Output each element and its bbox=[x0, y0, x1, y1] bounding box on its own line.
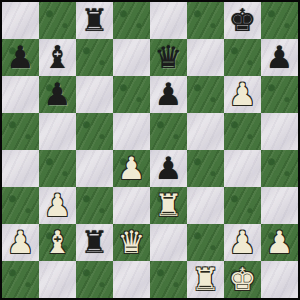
white-queen[interactable]: ♛ bbox=[118, 224, 146, 261]
white-king[interactable]: ♚ bbox=[229, 261, 257, 298]
square-g2[interactable]: ♟ bbox=[224, 224, 261, 261]
square-f2[interactable] bbox=[187, 224, 224, 261]
square-b8[interactable] bbox=[39, 2, 76, 39]
square-f6[interactable] bbox=[187, 76, 224, 113]
square-d1[interactable] bbox=[113, 261, 150, 298]
square-b6[interactable]: ♟ bbox=[39, 76, 76, 113]
white-pawn[interactable]: ♟ bbox=[229, 76, 257, 113]
square-d6[interactable] bbox=[113, 76, 150, 113]
square-e7[interactable]: ♛ bbox=[150, 39, 187, 76]
chess-board: ♜♚♟♝♛♟♟♟♟♟♟♟♜♟♝♜♛♟♟♜♚ bbox=[0, 0, 300, 300]
square-b4[interactable] bbox=[39, 150, 76, 187]
black-rook[interactable]: ♜ bbox=[81, 2, 109, 39]
square-h4[interactable] bbox=[261, 150, 298, 187]
square-d8[interactable] bbox=[113, 2, 150, 39]
square-f3[interactable] bbox=[187, 187, 224, 224]
white-rook[interactable]: ♜ bbox=[192, 261, 220, 298]
white-bishop[interactable]: ♝ bbox=[44, 224, 72, 261]
white-pawn[interactable]: ♟ bbox=[7, 224, 35, 261]
square-g8[interactable]: ♚ bbox=[224, 2, 261, 39]
square-b1[interactable] bbox=[39, 261, 76, 298]
white-rook[interactable]: ♜ bbox=[155, 187, 183, 224]
square-f8[interactable] bbox=[187, 2, 224, 39]
square-c6[interactable] bbox=[76, 76, 113, 113]
square-g6[interactable]: ♟ bbox=[224, 76, 261, 113]
square-d5[interactable] bbox=[113, 113, 150, 150]
square-a8[interactable] bbox=[2, 2, 39, 39]
square-e4[interactable]: ♟ bbox=[150, 150, 187, 187]
square-c8[interactable]: ♜ bbox=[76, 2, 113, 39]
square-a3[interactable] bbox=[2, 187, 39, 224]
square-a6[interactable] bbox=[2, 76, 39, 113]
black-pawn[interactable]: ♟ bbox=[44, 76, 72, 113]
black-pawn[interactable]: ♟ bbox=[155, 76, 183, 113]
square-h7[interactable]: ♟ bbox=[261, 39, 298, 76]
black-rook[interactable]: ♜ bbox=[81, 224, 109, 261]
square-a5[interactable] bbox=[2, 113, 39, 150]
white-pawn[interactable]: ♟ bbox=[266, 224, 294, 261]
board-grid: ♜♚♟♝♛♟♟♟♟♟♟♟♜♟♝♜♛♟♟♜♚ bbox=[2, 2, 298, 298]
square-d4[interactable]: ♟ bbox=[113, 150, 150, 187]
square-b7[interactable]: ♝ bbox=[39, 39, 76, 76]
black-pawn[interactable]: ♟ bbox=[266, 39, 294, 76]
square-b3[interactable]: ♟ bbox=[39, 187, 76, 224]
square-h3[interactable] bbox=[261, 187, 298, 224]
square-e6[interactable]: ♟ bbox=[150, 76, 187, 113]
square-g5[interactable] bbox=[224, 113, 261, 150]
square-c3[interactable] bbox=[76, 187, 113, 224]
square-g7[interactable] bbox=[224, 39, 261, 76]
black-king[interactable]: ♚ bbox=[229, 2, 257, 39]
white-pawn[interactable]: ♟ bbox=[44, 187, 72, 224]
square-a4[interactable] bbox=[2, 150, 39, 187]
square-a1[interactable] bbox=[2, 261, 39, 298]
black-bishop[interactable]: ♝ bbox=[44, 39, 72, 76]
square-b2[interactable]: ♝ bbox=[39, 224, 76, 261]
square-e2[interactable] bbox=[150, 224, 187, 261]
square-c4[interactable] bbox=[76, 150, 113, 187]
square-a7[interactable]: ♟ bbox=[2, 39, 39, 76]
square-d3[interactable] bbox=[113, 187, 150, 224]
square-c1[interactable] bbox=[76, 261, 113, 298]
black-pawn[interactable]: ♟ bbox=[7, 39, 35, 76]
square-d2[interactable]: ♛ bbox=[113, 224, 150, 261]
black-queen[interactable]: ♛ bbox=[155, 39, 183, 76]
square-e5[interactable] bbox=[150, 113, 187, 150]
square-f1[interactable]: ♜ bbox=[187, 261, 224, 298]
square-f7[interactable] bbox=[187, 39, 224, 76]
square-f5[interactable] bbox=[187, 113, 224, 150]
white-pawn[interactable]: ♟ bbox=[118, 150, 146, 187]
square-h5[interactable] bbox=[261, 113, 298, 150]
square-h8[interactable] bbox=[261, 2, 298, 39]
square-e8[interactable] bbox=[150, 2, 187, 39]
square-g1[interactable]: ♚ bbox=[224, 261, 261, 298]
square-e3[interactable]: ♜ bbox=[150, 187, 187, 224]
square-h2[interactable]: ♟ bbox=[261, 224, 298, 261]
square-h1[interactable] bbox=[261, 261, 298, 298]
square-h6[interactable] bbox=[261, 76, 298, 113]
square-c7[interactable] bbox=[76, 39, 113, 76]
square-d7[interactable] bbox=[113, 39, 150, 76]
white-pawn[interactable]: ♟ bbox=[229, 224, 257, 261]
square-b5[interactable] bbox=[39, 113, 76, 150]
square-a2[interactable]: ♟ bbox=[2, 224, 39, 261]
square-c2[interactable]: ♜ bbox=[76, 224, 113, 261]
square-c5[interactable] bbox=[76, 113, 113, 150]
square-g3[interactable] bbox=[224, 187, 261, 224]
black-pawn[interactable]: ♟ bbox=[155, 150, 183, 187]
square-g4[interactable] bbox=[224, 150, 261, 187]
square-f4[interactable] bbox=[187, 150, 224, 187]
square-e1[interactable] bbox=[150, 261, 187, 298]
